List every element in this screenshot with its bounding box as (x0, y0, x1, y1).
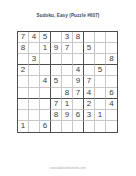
sudoku-cell-r9c9 (106, 121, 117, 132)
sudoku-cell-r8c6: 6 (73, 110, 84, 121)
sudoku-cell-r5c8 (95, 76, 106, 87)
sudoku-cell-r7c7: 2 (84, 99, 95, 110)
sudoku-cell-r2c7: 5 (84, 43, 95, 54)
sudoku-cell-r4c1: 2 (18, 65, 29, 76)
sudoku-cell-r3c2: 3 (29, 54, 40, 65)
sudoku-cell-r2c2 (29, 43, 40, 54)
sudoku-cell-r7c5: 1 (62, 99, 73, 110)
sudoku-cell-r9c3: 6 (40, 121, 51, 132)
sudoku-cell-r5c1 (18, 76, 29, 87)
sudoku-cell-r8c5: 9 (62, 110, 73, 121)
sudoku-cell-r5c3: 4 (40, 76, 51, 87)
sudoku-cell-r5c7: 7 (84, 76, 95, 87)
footer-url: www.dadsworksheets.com (0, 166, 136, 170)
sudoku-cell-r6c8 (95, 88, 106, 99)
sudoku-cell-r8c1 (18, 110, 29, 121)
printable-page: Sudoku, Easy (Puzzle #607) 7453881975382… (0, 0, 136, 176)
sudoku-cell-r1c4 (51, 32, 62, 43)
sudoku-cell-r3c1 (18, 54, 29, 65)
sudoku-cell-r4c7 (84, 65, 95, 76)
sudoku-cell-r1c8 (95, 32, 106, 43)
sudoku-cell-r4c6: 4 (73, 65, 84, 76)
sudoku-cell-r4c8: 5 (95, 65, 106, 76)
sudoku-cell-r4c4 (51, 65, 62, 76)
sudoku-cell-r5c6: 9 (73, 76, 84, 87)
sudoku-cell-r1c9 (106, 32, 117, 43)
sudoku-cell-r3c9: 8 (106, 54, 117, 65)
sudoku-cell-r9c8 (95, 121, 106, 132)
sudoku-cell-r6c4 (51, 88, 62, 99)
sudoku-cell-r2c6 (73, 43, 84, 54)
sudoku-cell-r6c2 (29, 88, 40, 99)
sudoku-cell-r1c5: 3 (62, 32, 73, 43)
sudoku-cell-r5c4: 5 (51, 76, 62, 87)
sudoku-cell-r1c1: 7 (18, 32, 29, 43)
sudoku-cell-r3c7 (84, 54, 95, 65)
sudoku-cell-r8c4: 8 (51, 110, 62, 121)
sudoku-cell-r5c9 (106, 76, 117, 87)
sudoku-cell-r8c2 (29, 110, 40, 121)
sudoku-cell-r9c6 (73, 121, 84, 132)
sudoku-cell-r6c6: 7 (73, 88, 84, 99)
sudoku-cell-r7c6 (73, 99, 84, 110)
sudoku-cell-r7c4: 7 (51, 99, 62, 110)
sudoku-cell-r2c8 (95, 43, 106, 54)
sudoku-cell-r6c3 (40, 88, 51, 99)
sudoku-board: 7453881975382454597874671248963116 (17, 31, 118, 133)
sudoku-cell-r9c2 (29, 121, 40, 132)
sudoku-cell-r7c1 (18, 99, 29, 110)
sudoku-cell-r7c9: 4 (106, 99, 117, 110)
sudoku-cell-r1c6: 8 (73, 32, 84, 43)
sudoku-cell-r3c3 (40, 54, 51, 65)
sudoku-cell-r1c7 (84, 32, 95, 43)
sudoku-cell-r6c9: 6 (106, 88, 117, 99)
sudoku-cell-r5c5 (62, 76, 73, 87)
sudoku-cell-r7c8 (95, 99, 106, 110)
sudoku-cell-r6c1 (18, 88, 29, 99)
sudoku-cell-r3c5 (62, 54, 73, 65)
sudoku-cell-r5c2 (29, 76, 40, 87)
sudoku-cell-r9c5 (62, 121, 73, 132)
sudoku-cell-r4c2 (29, 65, 40, 76)
sudoku-cell-r7c3 (40, 99, 51, 110)
sudoku-cell-r2c9 (106, 43, 117, 54)
sudoku-cell-r2c3: 1 (40, 43, 51, 54)
sudoku-cell-r4c3 (40, 65, 51, 76)
sudoku-cell-r4c9 (106, 65, 117, 76)
sudoku-cell-r8c8: 1 (95, 110, 106, 121)
sudoku-cell-r9c1: 1 (18, 121, 29, 132)
sudoku-cell-r2c1: 8 (18, 43, 29, 54)
puzzle-title: Sudoku, Easy (Puzzle #607) (0, 13, 136, 18)
sudoku-cell-r2c4: 9 (51, 43, 62, 54)
sudoku-cell-r3c8 (95, 54, 106, 65)
sudoku-cell-r9c4 (51, 121, 62, 132)
sudoku-cell-r3c6 (73, 54, 84, 65)
sudoku-cell-r1c2: 4 (29, 32, 40, 43)
sudoku-cell-r8c9 (106, 110, 117, 121)
sudoku-cell-r6c7: 4 (84, 88, 95, 99)
sudoku-cell-r4c5 (62, 65, 73, 76)
sudoku-cell-r9c7 (84, 121, 95, 132)
sudoku-cell-r8c7: 3 (84, 110, 95, 121)
sudoku-cell-r2c5: 7 (62, 43, 73, 54)
sudoku-cell-r6c5: 8 (62, 88, 73, 99)
sudoku-cell-r8c3 (40, 110, 51, 121)
sudoku-cell-r3c4 (51, 54, 62, 65)
sudoku-cell-r1c3: 5 (40, 32, 51, 43)
sudoku-cell-r7c2 (29, 99, 40, 110)
